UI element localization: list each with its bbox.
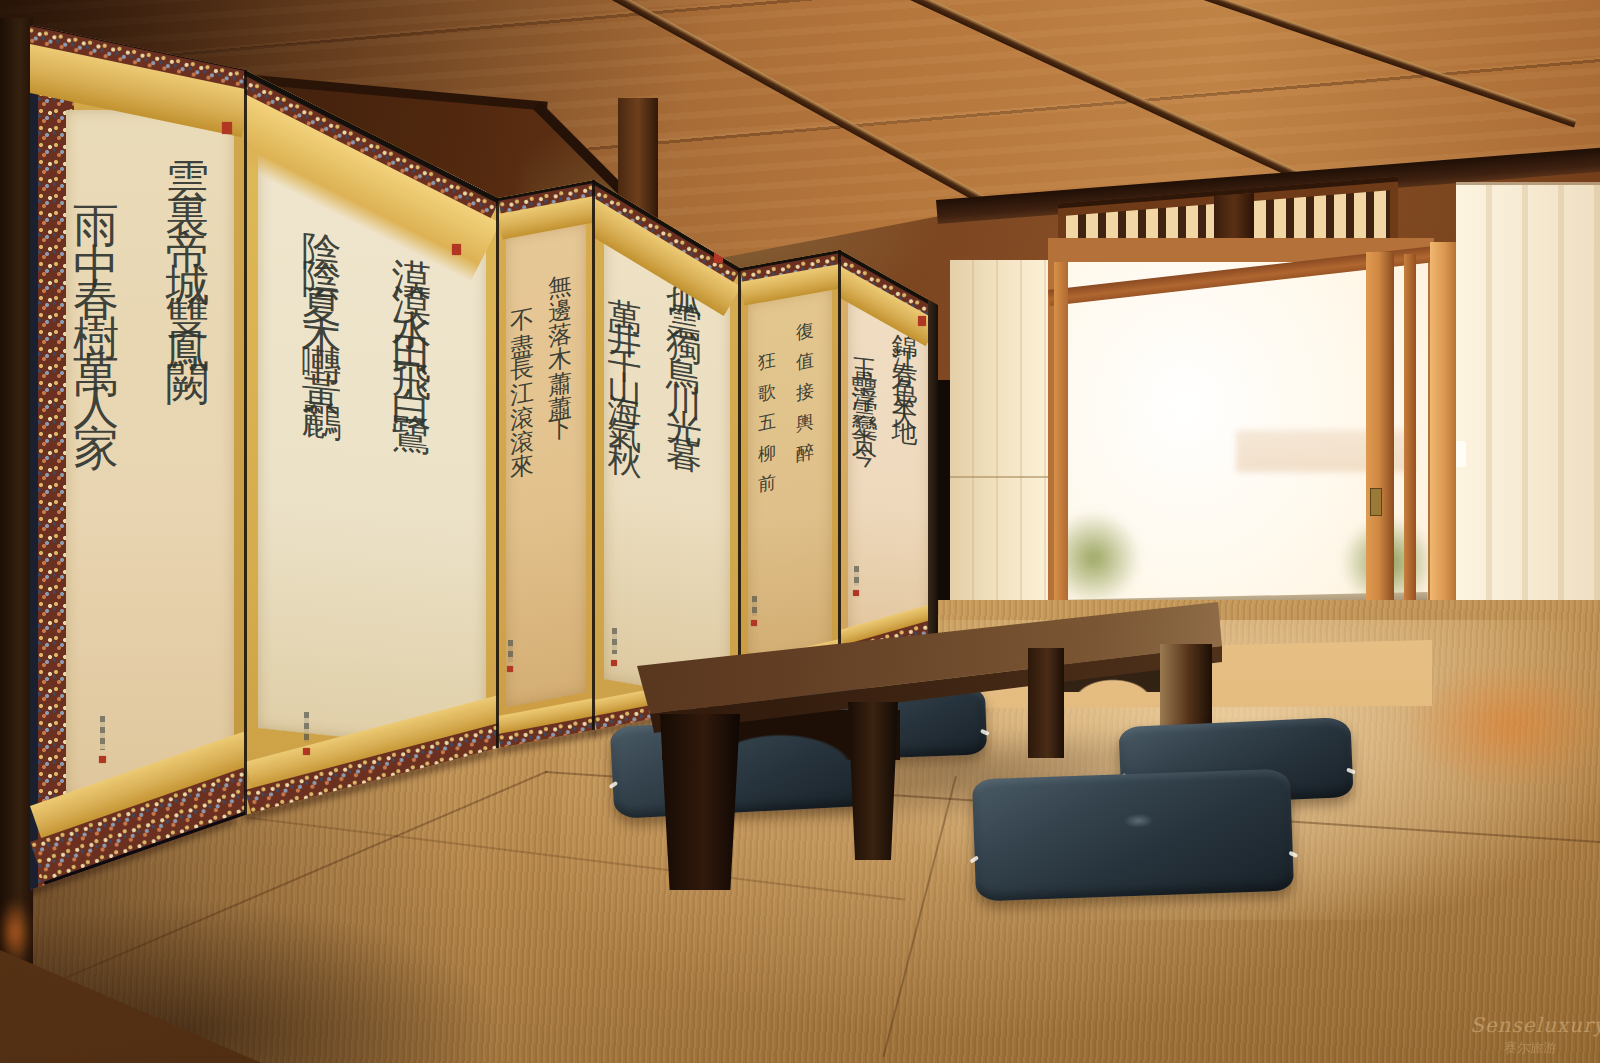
cushion-center-tuft (1123, 813, 1153, 828)
table-leg-far-right (1028, 648, 1064, 758)
watermark-line2: 赛尔旅游 (1470, 1039, 1590, 1057)
watermark: Senseluxury 赛尔旅游 (1470, 1013, 1590, 1057)
table-top-surface (0, 0, 1600, 1063)
low-table (0, 0, 1600, 1063)
table-front-edge (0, 0, 1600, 1063)
table-leg-front-left (660, 714, 740, 890)
table-leg-far-left (848, 702, 898, 860)
zabuton-cushion-front (972, 768, 1294, 901)
photo-japanese-tatami-room: 雲裏帝城雙鳳闕 雨中春樹萬人家 漠漠水田飛白鷺 陰陰夏木囀黃鸝 (0, 0, 1600, 1063)
watermark-line1: Senseluxury (1470, 1013, 1590, 1037)
